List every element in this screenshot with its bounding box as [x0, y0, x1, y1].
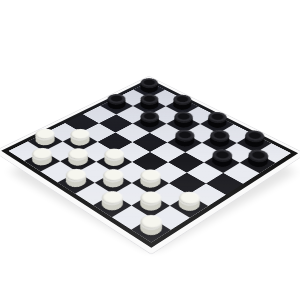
checker-white[interactable] — [62, 174, 90, 191]
checkers-scene — [8, 82, 291, 243]
checker-black[interactable] — [244, 155, 271, 171]
checker-black[interactable] — [171, 135, 197, 150]
photo-stage — [0, 0, 300, 300]
checker-black[interactable] — [241, 136, 267, 151]
checker-white[interactable] — [136, 220, 166, 239]
board — [1, 79, 298, 248]
checker-white[interactable] — [65, 154, 92, 170]
